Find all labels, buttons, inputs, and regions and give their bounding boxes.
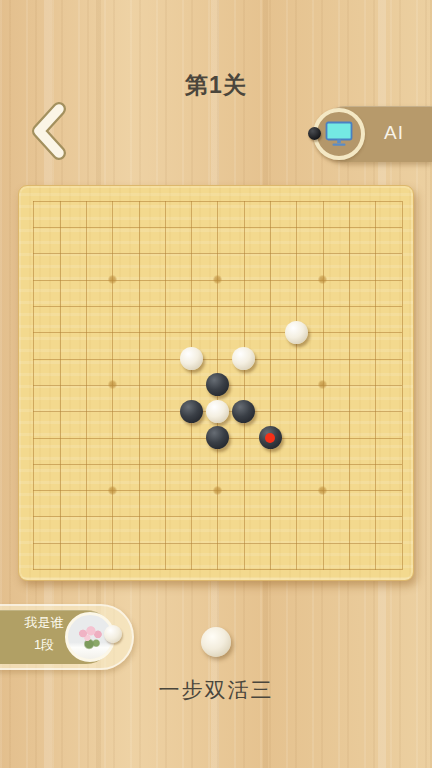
- back-chevron-icon: [26, 100, 74, 162]
- player-info: 我是谁 1段: [16, 614, 72, 658]
- grid-line-horizontal: [33, 543, 402, 544]
- grid-line-vertical: [349, 201, 350, 570]
- game-screen: 第1关 AI 我是谁 1段 一步双活三: [0, 0, 432, 768]
- star-point: [318, 380, 327, 389]
- grid-line-horizontal: [33, 516, 402, 517]
- stone-black: [180, 400, 203, 423]
- star-point: [108, 486, 117, 495]
- monitor-icon: [324, 120, 354, 148]
- star-point: [318, 275, 327, 284]
- page-title: 第1关: [0, 70, 432, 101]
- stone-white: [232, 347, 255, 370]
- grid-line-vertical: [296, 201, 297, 570]
- star-point: [108, 275, 117, 284]
- turn-indicator-white-stone: [201, 627, 231, 657]
- player-white-stone-badge: [104, 625, 122, 643]
- stone-black: [206, 373, 229, 396]
- stone-black: [232, 400, 255, 423]
- grid-line-vertical: [270, 201, 271, 570]
- player-name: 我是谁: [16, 614, 72, 632]
- stone-white: [285, 321, 308, 344]
- back-button[interactable]: [26, 100, 74, 162]
- grid-line-horizontal: [33, 569, 402, 570]
- star-point: [108, 380, 117, 389]
- player-rank: 1段: [16, 632, 72, 658]
- stone-black: [206, 426, 229, 449]
- star-point: [318, 486, 327, 495]
- ai-toggle-label: AI: [374, 122, 414, 144]
- star-point: [213, 486, 222, 495]
- puzzle-caption: 一步双活三: [0, 676, 432, 704]
- last-move-marker: [265, 433, 275, 443]
- black-stone-indicator-icon: [308, 127, 321, 140]
- grid-line-vertical: [244, 201, 245, 570]
- star-point: [213, 275, 222, 284]
- grid-line-vertical: [375, 201, 376, 570]
- stone-white: [206, 400, 229, 423]
- grid-line-vertical: [402, 201, 403, 570]
- stone-white: [180, 347, 203, 370]
- grid-line-horizontal: [33, 464, 402, 465]
- board[interactable]: [18, 185, 414, 581]
- stone-black-last-move: [259, 426, 282, 449]
